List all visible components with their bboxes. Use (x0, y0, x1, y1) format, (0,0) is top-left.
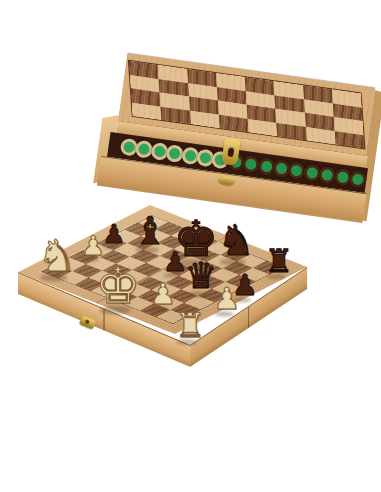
storage-box (69, 48, 381, 224)
white-king-e1[interactable]: ♚ (96, 261, 141, 311)
black-pawn-b5[interactable]: ♟ (102, 221, 125, 247)
lid-square (248, 118, 278, 136)
lid-square (190, 110, 220, 128)
lid-square (219, 114, 249, 132)
white-pawn-h3[interactable]: ♟ (214, 284, 241, 314)
board-fold-seam-edge (248, 307, 249, 329)
chess-set-product-photo: ♟♝♟♞♚♟♜♞♛♟♟♚♟♜ (0, 0, 381, 492)
lid-square (161, 106, 191, 124)
white-rook-h1[interactable]: ♜ (175, 308, 205, 342)
lid-square (335, 131, 365, 149)
white-pawn-b3[interactable]: ♟ (81, 232, 105, 259)
black-bishop-c6[interactable]: ♝ (133, 212, 167, 250)
lid-square (306, 127, 336, 145)
white-knight-b1[interactable]: ♞ (37, 234, 76, 278)
stored-dark-piece-felt-base (348, 170, 367, 189)
lid-square (277, 122, 307, 140)
white-pawn-f3[interactable]: ♟ (150, 280, 176, 309)
black-queen-g4[interactable]: ♛ (185, 258, 217, 294)
black-pawn-e5[interactable]: ♟ (163, 248, 187, 275)
lid-square (132, 102, 162, 120)
black-knight-f7[interactable]: ♞ (217, 220, 255, 262)
black-rook-h7[interactable]: ♜ (265, 245, 294, 277)
